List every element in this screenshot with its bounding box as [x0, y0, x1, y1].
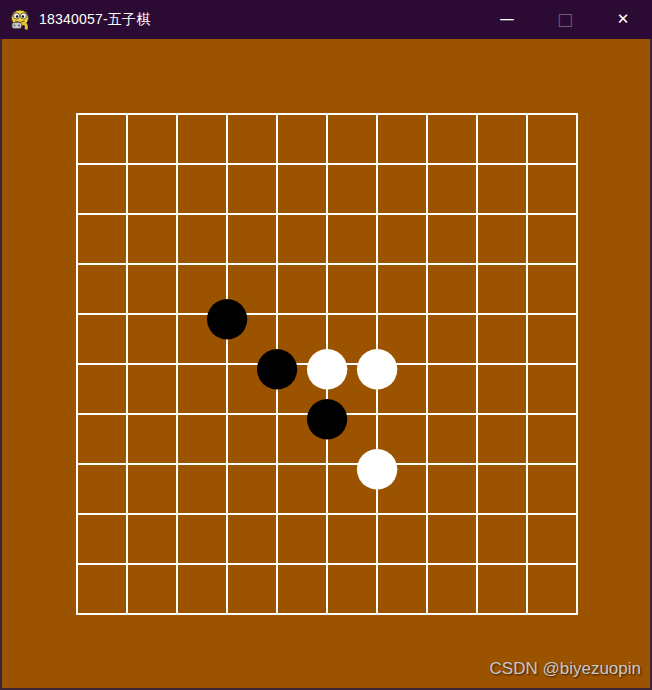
maximize-button: □ — [536, 0, 594, 39]
board-cell[interactable] — [76, 413, 126, 463]
board-cell[interactable] — [226, 563, 276, 613]
board-cell[interactable] — [526, 563, 576, 613]
board-cell[interactable] — [376, 213, 426, 263]
board-cell[interactable] — [276, 263, 326, 313]
board-cell[interactable] — [126, 563, 176, 613]
board-cell[interactable] — [326, 463, 376, 513]
board-cell[interactable] — [476, 363, 526, 413]
board-cell[interactable] — [126, 513, 176, 563]
board-cell[interactable] — [276, 563, 326, 613]
board-cell[interactable] — [476, 413, 526, 463]
board-cell[interactable] — [526, 163, 576, 213]
app-window: 18340057-五子棋 — □ ✕ ●●●●●● CSDN @biyezuop… — [0, 0, 652, 690]
board-cell[interactable] — [426, 463, 476, 513]
board-cell[interactable] — [226, 213, 276, 263]
board-cell[interactable] — [176, 413, 226, 463]
board-cell[interactable] — [226, 413, 276, 463]
board-cell[interactable] — [426, 413, 476, 463]
board-cell[interactable] — [526, 463, 576, 513]
board-cell[interactable] — [376, 363, 426, 413]
board-cell[interactable] — [426, 263, 476, 313]
board-cell[interactable] — [376, 163, 426, 213]
board-cell[interactable] — [76, 163, 126, 213]
board-cell[interactable] — [276, 163, 326, 213]
board-cell[interactable] — [326, 263, 376, 313]
board-cell[interactable] — [126, 213, 176, 263]
board-cell[interactable] — [226, 313, 276, 363]
minimize-button[interactable]: — — [478, 0, 536, 39]
board-cell[interactable] — [526, 413, 576, 463]
board-cell[interactable] — [326, 313, 376, 363]
board-cell[interactable] — [526, 213, 576, 263]
board-cell[interactable] — [326, 163, 376, 213]
board-cell[interactable] — [426, 313, 476, 363]
board-cell[interactable] — [526, 513, 576, 563]
board-cell[interactable] — [76, 313, 126, 363]
board-cell[interactable] — [76, 513, 126, 563]
app-icon — [9, 9, 31, 31]
pygame-snake-icon — [9, 9, 31, 31]
board-cell[interactable] — [126, 163, 176, 213]
board-cell[interactable] — [126, 313, 176, 363]
board-cell[interactable] — [176, 363, 226, 413]
board-cell[interactable] — [176, 263, 226, 313]
board-cell[interactable] — [176, 563, 226, 613]
board-cell[interactable] — [76, 213, 126, 263]
board-cell[interactable] — [426, 113, 476, 163]
board-cell[interactable] — [526, 313, 576, 363]
board-cell[interactable] — [476, 263, 526, 313]
board-cell[interactable] — [376, 563, 426, 613]
board-cell[interactable] — [376, 263, 426, 313]
board-cell[interactable] — [226, 363, 276, 413]
board-cell[interactable] — [426, 213, 476, 263]
titlebar[interactable]: 18340057-五子棋 — □ ✕ — [0, 0, 652, 39]
board-cell[interactable] — [76, 563, 126, 613]
board-cell[interactable] — [326, 113, 376, 163]
board-cell[interactable] — [526, 363, 576, 413]
board-cell[interactable] — [476, 163, 526, 213]
board-cell[interactable] — [476, 113, 526, 163]
window-border-left — [0, 39, 2, 690]
board-cell[interactable] — [376, 313, 426, 363]
board-cell[interactable] — [226, 513, 276, 563]
window-title: 18340057-五子棋 — [39, 11, 150, 29]
board-cell[interactable] — [76, 113, 126, 163]
board-cell[interactable] — [126, 263, 176, 313]
board-cell[interactable] — [226, 463, 276, 513]
board-cell[interactable] — [176, 513, 226, 563]
board-cell[interactable] — [276, 313, 326, 363]
minimize-icon: — — [500, 0, 515, 39]
board-cell[interactable] — [226, 113, 276, 163]
board-cell[interactable] — [376, 113, 426, 163]
board-cell[interactable] — [76, 263, 126, 313]
board-cell[interactable] — [276, 363, 326, 413]
board-cell[interactable] — [326, 563, 376, 613]
maximize-icon: □ — [557, 0, 573, 39]
board-cell[interactable] — [326, 513, 376, 563]
board-cell[interactable] — [376, 513, 426, 563]
board-cell[interactable] — [176, 213, 226, 263]
board-cell[interactable] — [176, 113, 226, 163]
board-cell[interactable] — [376, 413, 426, 463]
board-cell[interactable] — [126, 113, 176, 163]
board-cell[interactable] — [376, 463, 426, 513]
window-controls: — □ ✕ — [478, 0, 652, 39]
board-cell[interactable] — [276, 463, 326, 513]
board-cell[interactable] — [476, 463, 526, 513]
board-cell[interactable] — [276, 413, 326, 463]
board-cell[interactable] — [76, 463, 126, 513]
board-cell[interactable] — [226, 163, 276, 213]
board-cell[interactable] — [476, 313, 526, 363]
board-cell[interactable] — [326, 413, 376, 463]
board-cell[interactable] — [426, 513, 476, 563]
board-cell[interactable] — [176, 313, 226, 363]
close-button[interactable]: ✕ — [594, 0, 652, 39]
board-cell[interactable] — [176, 163, 226, 213]
board-cell[interactable] — [476, 513, 526, 563]
board-cell[interactable] — [426, 363, 476, 413]
board-cell[interactable] — [526, 113, 576, 163]
board-cell[interactable] — [476, 213, 526, 263]
board-cell[interactable] — [526, 263, 576, 313]
board-cell[interactable] — [326, 213, 376, 263]
board-cell[interactable] — [126, 363, 176, 413]
close-icon: ✕ — [617, 0, 630, 39]
watermark: CSDN @biyezuopin — [490, 659, 641, 679]
board-cell[interactable] — [276, 113, 326, 163]
go-board-grid[interactable]: ●●●●●● — [76, 113, 578, 615]
board-cell[interactable] — [276, 513, 326, 563]
board-cell[interactable] — [276, 213, 326, 263]
board-cell[interactable] — [126, 413, 176, 463]
board-cell[interactable] — [476, 563, 526, 613]
board-cell[interactable] — [426, 163, 476, 213]
board-cell[interactable] — [126, 463, 176, 513]
board-cell[interactable] — [76, 363, 126, 413]
board-cell[interactable] — [426, 563, 476, 613]
board-cell[interactable] — [326, 363, 376, 413]
board-cell[interactable] — [176, 463, 226, 513]
board-cell[interactable] — [226, 263, 276, 313]
